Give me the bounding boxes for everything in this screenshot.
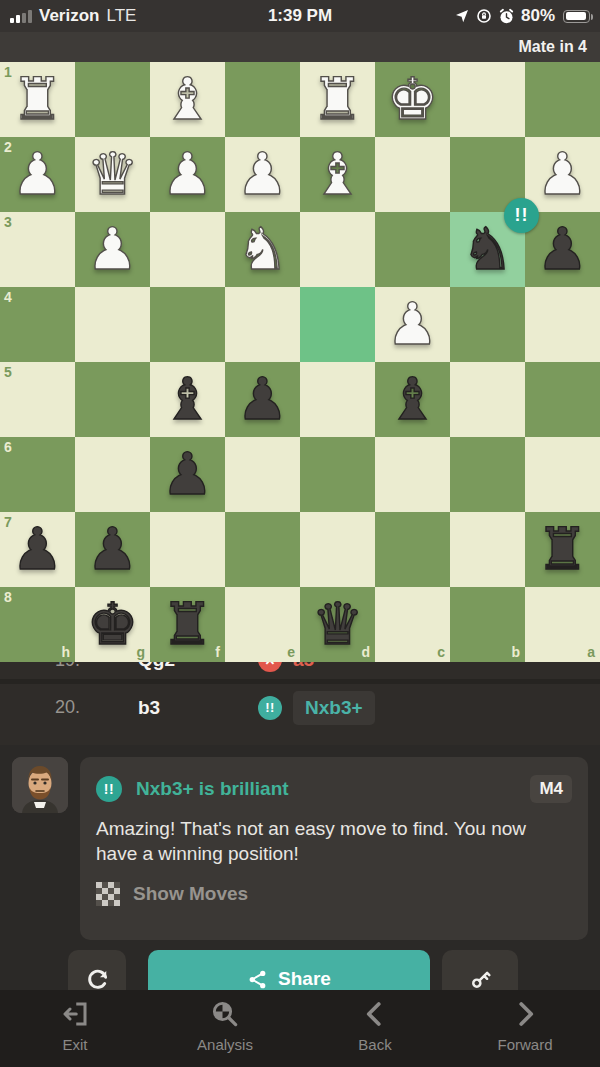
nav-label: Forward (497, 1036, 552, 1053)
square-c8[interactable]: c (375, 587, 450, 662)
white-move[interactable]: b3 (80, 697, 258, 719)
file-label-h: h (61, 645, 70, 659)
location-arrow-icon (454, 8, 470, 24)
battery-percent-label: 80% (521, 6, 555, 26)
black-pawn-h7[interactable]: ♟ (12, 512, 64, 587)
square-c6[interactable] (375, 437, 450, 512)
move-list[interactable]: 19.Qg2✕a520.b3!!Nxb3+ (0, 662, 600, 745)
square-g7[interactable]: ♟ (75, 512, 150, 587)
square-f6[interactable]: ♟ (150, 437, 225, 512)
square-a7[interactable]: ♜ (525, 512, 600, 587)
square-f7[interactable] (150, 512, 225, 587)
white-king-c1[interactable]: ♚ (387, 62, 439, 137)
show-moves-button[interactable]: Show Moves (96, 882, 572, 906)
square-f8[interactable]: f♜ (150, 587, 225, 662)
move-row: 20.b3!!Nxb3+ (0, 679, 600, 731)
action-bar: Share (0, 942, 600, 990)
square-a8[interactable]: a (525, 587, 600, 662)
black-bishop-f5[interactable]: ♝ (162, 362, 214, 437)
square-h4[interactable]: 4 (0, 287, 75, 362)
exit-door-icon (59, 999, 91, 1029)
rank-label-3: 3 (4, 215, 12, 229)
square-e1[interactable] (225, 62, 300, 137)
square-g2[interactable]: ♛ (75, 137, 150, 212)
square-c5[interactable]: ♝ (375, 362, 450, 437)
nav-item-exit[interactable]: Exit (0, 999, 150, 1067)
square-a5[interactable] (525, 362, 600, 437)
brilliant-badge-icon: !! (96, 776, 122, 802)
coach-title: Nxb3+ is brilliant (136, 778, 289, 800)
nav-item-analysis[interactable]: Analysis (150, 999, 300, 1067)
white-bishop-f1[interactable]: ♝ (162, 62, 214, 137)
key-icon (462, 961, 497, 990)
black-rook-f8[interactable]: ♜ (162, 587, 214, 662)
move-row: 19.Qg2✕a5 (0, 662, 600, 679)
black-king-g8[interactable]: ♚ (87, 587, 139, 662)
bottom-nav: ExitAnalysisBackForward (0, 990, 600, 1067)
retry-icon (84, 966, 111, 991)
black-move[interactable]: Nxb3+ (293, 691, 375, 725)
square-f5[interactable]: ♝ (150, 362, 225, 437)
nav-label: Analysis (197, 1036, 253, 1053)
black-queen-d8[interactable]: ♛ (312, 587, 364, 662)
square-h1[interactable]: 1♜ (0, 62, 75, 137)
square-d4[interactable] (300, 287, 375, 362)
mate-eval-badge: M4 (530, 775, 572, 803)
square-h3[interactable]: 3 (0, 212, 75, 287)
white-rook-h1[interactable]: ♜ (12, 62, 64, 137)
nav-label: Back (358, 1036, 391, 1053)
square-d2[interactable]: ♝ (300, 137, 375, 212)
square-c3[interactable] (375, 212, 450, 287)
black-pawn-f6[interactable]: ♟ (162, 437, 214, 512)
square-g1[interactable] (75, 62, 150, 137)
square-b5[interactable] (450, 362, 525, 437)
retry-button[interactable] (68, 950, 126, 990)
chevron-right-icon (509, 999, 541, 1029)
chevron-left-icon (359, 999, 391, 1029)
status-bar: Verizon LTE 1:39 PM 80% (0, 0, 600, 32)
share-label: Share (278, 968, 331, 990)
analysis-magnifier-icon (209, 999, 241, 1029)
brilliant-badge-icon: !! (258, 696, 282, 720)
square-c1[interactable]: ♚ (375, 62, 450, 137)
square-e2[interactable]: ♟ (225, 137, 300, 212)
square-h6[interactable]: 6 (0, 437, 75, 512)
rank-label-8: 8 (4, 590, 12, 604)
black-move[interactable]: a5 (293, 662, 314, 671)
square-b1[interactable] (450, 62, 525, 137)
square-h2[interactable]: 2♟ (0, 137, 75, 212)
square-f2[interactable]: ♟ (150, 137, 225, 212)
square-a4[interactable] (525, 287, 600, 362)
share-icon (247, 969, 268, 990)
white-knight-e3[interactable]: ♞ (237, 212, 289, 287)
battery-icon (563, 10, 590, 23)
white-pawn-c4[interactable]: ♟ (387, 287, 439, 362)
nav-item-forward[interactable]: Forward (450, 999, 600, 1067)
square-b8[interactable]: b (450, 587, 525, 662)
square-f1[interactable]: ♝ (150, 62, 225, 137)
file-label-c: c (437, 645, 445, 659)
square-d7[interactable] (300, 512, 375, 587)
rank-label-4: 4 (4, 290, 12, 304)
square-d1[interactable]: ♜ (300, 62, 375, 137)
white-move[interactable]: Qg2 (80, 662, 258, 671)
chess-board[interactable]: 1♜♝♜♚2♟♛♟♟♝♟3♟♞♞!!♟4♟5♝♟♝6♟7♟♟♜8hg♚f♜ed♛… (0, 62, 600, 662)
black-rook-a7[interactable]: ♜ (537, 512, 589, 587)
mate-banner: Mate in 4 (0, 32, 600, 62)
white-pawn-g3[interactable]: ♟ (87, 212, 139, 287)
square-c7[interactable] (375, 512, 450, 587)
file-label-a: a (587, 645, 595, 659)
square-d3[interactable] (300, 212, 375, 287)
square-g4[interactable] (75, 287, 150, 362)
white-pawn-e2[interactable]: ♟ (237, 137, 289, 212)
square-b7[interactable] (450, 512, 525, 587)
square-g6[interactable] (75, 437, 150, 512)
square-b3[interactable]: ♞!! (450, 212, 525, 287)
file-label-e: e (287, 645, 295, 659)
square-d6[interactable] (300, 437, 375, 512)
square-g5[interactable] (75, 362, 150, 437)
rank-label-5: 5 (4, 365, 12, 379)
square-d5[interactable] (300, 362, 375, 437)
white-pawn-a2[interactable]: ♟ (537, 137, 589, 212)
square-f3[interactable] (150, 212, 225, 287)
move-number: 20. (0, 697, 80, 718)
coach-bubble: !! Nxb3+ is brilliant M4 Amazing! That's… (80, 757, 588, 940)
alarm-clock-icon (498, 8, 515, 25)
rank-label-6: 6 (4, 440, 12, 454)
square-e7[interactable] (225, 512, 300, 587)
white-bishop-d2[interactable]: ♝ (312, 137, 364, 212)
square-e3[interactable]: ♞ (225, 212, 300, 287)
square-c2[interactable] (375, 137, 450, 212)
square-g8[interactable]: g♚ (75, 587, 150, 662)
square-h7[interactable]: 7♟ (0, 512, 75, 587)
square-h5[interactable]: 5 (0, 362, 75, 437)
black-pawn-e5[interactable]: ♟ (237, 362, 289, 437)
white-pawn-f2[interactable]: ♟ (162, 137, 214, 212)
black-pawn-a3[interactable]: ♟ (537, 212, 589, 287)
brilliant-move-badge-icon: !! (504, 198, 539, 233)
square-e6[interactable] (225, 437, 300, 512)
square-e5[interactable]: ♟ (225, 362, 300, 437)
nav-item-back[interactable]: Back (300, 999, 450, 1067)
coach-panel: !! Nxb3+ is brilliant M4 Amazing! That's… (0, 745, 600, 942)
miss-badge-icon: ✕ (258, 662, 282, 672)
checkerboard-icon (96, 882, 120, 906)
share-button[interactable]: Share (148, 950, 430, 990)
key-button[interactable] (442, 950, 518, 990)
mate-banner-label: Mate in 4 (519, 38, 587, 56)
square-f4[interactable] (150, 287, 225, 362)
move-number: 19. (0, 662, 80, 671)
square-d8[interactable]: d♛ (300, 587, 375, 662)
black-bishop-c5[interactable]: ♝ (387, 362, 439, 437)
coach-avatar (12, 757, 68, 813)
white-rook-d1[interactable]: ♜ (312, 62, 364, 137)
square-e8[interactable]: e (225, 587, 300, 662)
square-e4[interactable] (225, 287, 300, 362)
black-pawn-g7[interactable]: ♟ (87, 512, 139, 587)
square-a2[interactable]: ♟ (525, 137, 600, 212)
file-label-b: b (511, 645, 520, 659)
square-b6[interactable] (450, 437, 525, 512)
coach-comment: Amazing! That's not an easy move to find… (96, 816, 572, 866)
square-a6[interactable] (525, 437, 600, 512)
square-b4[interactable] (450, 287, 525, 362)
square-a1[interactable] (525, 62, 600, 137)
white-queen-g2[interactable]: ♛ (87, 137, 139, 212)
square-g3[interactable]: ♟ (75, 212, 150, 287)
white-pawn-h2[interactable]: ♟ (12, 137, 64, 212)
rotation-lock-icon (476, 8, 492, 24)
nav-label: Exit (62, 1036, 87, 1053)
square-h8[interactable]: 8h (0, 587, 75, 662)
file-label-f: f (215, 645, 220, 659)
coach-avatar-illustration (12, 757, 68, 813)
square-c4[interactable]: ♟ (375, 287, 450, 362)
show-moves-label: Show Moves (133, 883, 248, 905)
